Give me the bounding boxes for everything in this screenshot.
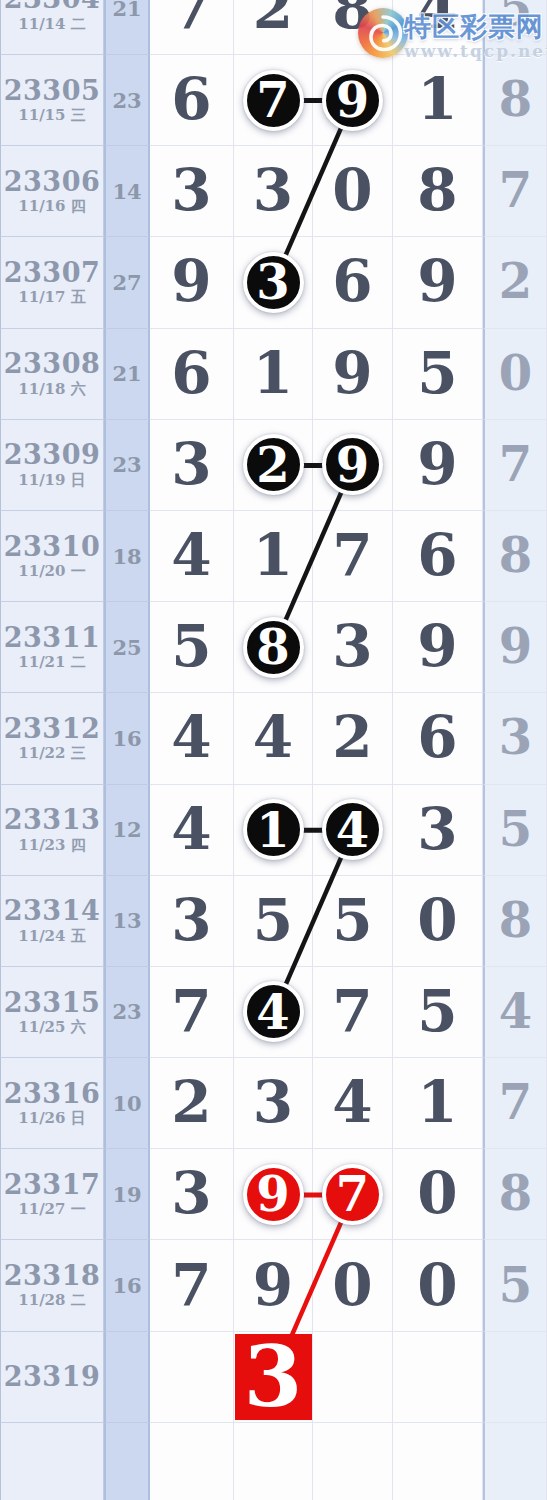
digit-value: 0 [417, 1164, 457, 1222]
issue-cell: 2331211/22 三 [0, 693, 104, 784]
digit-value: 9 [417, 252, 457, 310]
digit-cell: 6 [393, 693, 483, 784]
extra-digit-cell: 3 [483, 693, 547, 784]
issue-date: 11/23 四 [18, 837, 85, 854]
digit-cell: 6 [150, 329, 234, 420]
digit-value: 6 [417, 526, 457, 584]
digit-cell: 0 [393, 1149, 483, 1240]
sum-cell: 21 [104, 329, 150, 420]
digit-value: 3 [417, 800, 457, 858]
digit-cell: 5 [393, 329, 483, 420]
digit-value: 1 [417, 1073, 457, 1131]
issue-cell: 2331511/25 六 [0, 967, 104, 1058]
digit-cell: 7 [313, 1149, 393, 1240]
digit-value: 6 [332, 252, 372, 310]
digit-value: 1 [417, 70, 457, 128]
issue-date: 11/22 三 [18, 745, 85, 762]
digit-value: 7 [332, 982, 372, 1040]
issue-cell: 2331011/20 一 [0, 511, 104, 602]
digit-cell: 6 [313, 237, 393, 328]
digit-cell: 3 [150, 146, 234, 237]
sum-cell: 10 [104, 1058, 150, 1149]
digit-cell: 8 [234, 602, 313, 693]
digit-cell: 2 [313, 693, 393, 784]
digit-value: 8 [417, 161, 457, 219]
extra-digit-cell: 8 [483, 876, 547, 967]
digit-value: 4 [499, 987, 532, 1035]
sum-cell: 27 [104, 237, 150, 328]
extra-digit-cell: 8 [483, 55, 547, 146]
extra-digit-cell: 8 [483, 1149, 547, 1240]
sum-cell: 25 [104, 602, 150, 693]
issue-number: 23309 [4, 441, 100, 469]
digit-value: 5 [332, 891, 372, 949]
issue-cell: 23319 [0, 1332, 104, 1423]
sum-cell [104, 1332, 150, 1423]
digit-value: 5 [417, 344, 457, 402]
digit-cell: 9 [313, 329, 393, 420]
digit-value: 3 [171, 1164, 211, 1222]
digit-cell: 9 [150, 237, 234, 328]
digit-cell: 6 [150, 55, 234, 146]
digit-value: 0 [499, 349, 532, 397]
digit-cell: 5 [234, 876, 313, 967]
digit-value: 4 [332, 1073, 372, 1131]
digit-cell: 5 [313, 876, 393, 967]
issue-number: 23307 [4, 259, 100, 287]
extra-digit-cell: 7 [483, 146, 547, 237]
digit-value: 0 [417, 1256, 457, 1314]
black-circle-mark: 8 [243, 617, 304, 678]
digit-cell: 3 [393, 785, 483, 876]
digit-value: 6 [417, 708, 457, 766]
digit-value: 3 [332, 617, 372, 675]
digit-cell: 9 [393, 420, 483, 511]
issue-number: 23311 [4, 624, 100, 652]
issue-number: 23315 [4, 989, 100, 1017]
issue-cell: 2331411/24 五 [0, 876, 104, 967]
issue-date: 11/24 五 [18, 928, 85, 945]
issue-date: 11/19 日 [18, 472, 85, 489]
sum-cell: 16 [104, 693, 150, 784]
extra-digit-cell: 7 [483, 1058, 547, 1149]
issue-cell: 2331611/26 日 [0, 1058, 104, 1149]
issue-date: 11/27 一 [18, 1201, 85, 1218]
issue-date: 11/14 二 [18, 16, 85, 33]
sum-cell: 21 [104, 0, 150, 55]
sum-cell: 23 [104, 967, 150, 1058]
digit-cell: 1 [234, 511, 313, 602]
digit-cell [393, 1423, 483, 1500]
issue-number: 23310 [4, 533, 100, 561]
digit-cell: 3 [150, 420, 234, 511]
digit-value: 9 [332, 344, 372, 402]
issue-number: 23304 [4, 0, 100, 14]
red-circle-mark: 7 [322, 1164, 383, 1225]
issue-date: 11/28 二 [18, 1292, 85, 1309]
extra-digit-cell: 9 [483, 602, 547, 693]
issue-date: 11/20 一 [18, 563, 85, 580]
digit-cell: 3 [150, 876, 234, 967]
extra-digit-cell: 5 [483, 785, 547, 876]
digit-cell: 4 [234, 693, 313, 784]
extra-digit-cell: 0 [483, 329, 547, 420]
extra-digit-cell: 8 [483, 511, 547, 602]
digit-cell: 3 [234, 237, 313, 328]
issue-number: 23319 [4, 1363, 100, 1391]
issue-number: 23312 [4, 715, 100, 743]
digit-value: 9 [253, 1256, 293, 1314]
issue-number: 23318 [4, 1262, 100, 1290]
site-logo-icon [358, 8, 408, 58]
issue-date: 11/16 四 [18, 198, 85, 215]
sum-cell: 16 [104, 1240, 150, 1331]
red-circle-mark: 9 [243, 1164, 304, 1225]
black-circle-mark: 9 [322, 70, 383, 131]
digit-value: 5 [171, 617, 211, 675]
issue-cell: 2331711/27 一 [0, 1149, 104, 1240]
digit-cell [393, 1332, 483, 1423]
digit-cell: 7 [313, 511, 393, 602]
issue-number: 23313 [4, 806, 100, 834]
digit-value: 2 [171, 1073, 211, 1131]
digit-cell: 4 [313, 785, 393, 876]
issue-cell [0, 1423, 104, 1500]
digit-value: 7 [171, 1256, 211, 1314]
digit-value: 1 [253, 344, 293, 402]
digit-cell: 0 [313, 1240, 393, 1331]
sum-cell: 12 [104, 785, 150, 876]
digit-cell: 7 [150, 1240, 234, 1331]
digit-value: 9 [417, 435, 457, 493]
digit-value: 3 [171, 161, 211, 219]
digit-cell: 9 [234, 1240, 313, 1331]
issue-date: 11/26 日 [18, 1110, 85, 1127]
digit-cell: 0 [313, 146, 393, 237]
extra-digit-cell: 5 [483, 1240, 547, 1331]
digit-cell: 5 [393, 967, 483, 1058]
sum-cell: 23 [104, 55, 150, 146]
black-circle-mark: 1 [243, 799, 304, 860]
site-name: 特区彩票网 [404, 12, 544, 42]
digit-value: 9 [171, 252, 211, 310]
issue-cell: 2330811/18 六 [0, 329, 104, 420]
extra-digit-cell: 7 [483, 420, 547, 511]
issue-cell: 2331111/21 二 [0, 602, 104, 693]
issue-number: 23314 [4, 897, 100, 925]
digit-value: 5 [417, 982, 457, 1040]
digit-cell: 9 [234, 1149, 313, 1240]
digit-cell: 9 [313, 420, 393, 511]
digit-value: 8 [499, 531, 532, 579]
issue-date: 11/17 五 [18, 289, 85, 306]
digit-cell: 4 [150, 785, 234, 876]
issue-number: 23308 [4, 350, 100, 378]
issue-date: 11/18 六 [18, 381, 85, 398]
digit-value: 0 [417, 891, 457, 949]
digit-cell: 4 [313, 1058, 393, 1149]
digit-cell: 4 [234, 967, 313, 1058]
red-square-prediction: 3 [235, 1334, 312, 1420]
digit-value: 5 [499, 805, 532, 853]
digit-value: 9 [499, 622, 532, 670]
digit-value: 6 [171, 344, 211, 402]
black-circle-mark: 4 [243, 981, 304, 1042]
digit-cell: 3 [150, 1149, 234, 1240]
digit-cell: 3 [313, 602, 393, 693]
digit-cell [150, 1332, 234, 1423]
digit-cell: 2 [234, 0, 313, 55]
digit-value: 7 [171, 982, 211, 1040]
digit-cell: 9 [393, 237, 483, 328]
sum-cell [104, 1423, 150, 1500]
black-circle-mark: 2 [243, 434, 304, 495]
digit-value: 4 [253, 708, 293, 766]
digit-cell: 0 [393, 1240, 483, 1331]
black-circle-mark: 9 [322, 434, 383, 495]
digit-value: 0 [332, 161, 372, 219]
black-circle-mark: 4 [322, 799, 383, 860]
digit-cell: 9 [393, 602, 483, 693]
digit-value: 2 [332, 708, 372, 766]
issue-cell: 2331811/28 二 [0, 1240, 104, 1331]
digit-cell: 1 [234, 785, 313, 876]
digit-cell: 2 [150, 1058, 234, 1149]
digit-value: 1 [253, 526, 293, 584]
sum-cell: 19 [104, 1149, 150, 1240]
digit-cell: 3 [234, 1058, 313, 1149]
digit-cell: 7 [234, 55, 313, 146]
digit-value: 0 [332, 1256, 372, 1314]
issue-number: 23316 [4, 1080, 100, 1108]
digit-cell: 1 [234, 329, 313, 420]
digit-cell [313, 1423, 393, 1500]
digit-cell: 9 [313, 55, 393, 146]
digit-value: 8 [499, 1169, 532, 1217]
digit-value: 3 [171, 435, 211, 493]
digit-value: 8 [499, 75, 532, 123]
digit-value: 5 [499, 1261, 532, 1309]
sum-cell: 13 [104, 876, 150, 967]
digit-value: 9 [417, 617, 457, 675]
digit-value: 2 [499, 257, 532, 305]
chart-grid: 2330411/14 二21728452330511/15 三236791823… [0, 0, 547, 1500]
issue-number: 23306 [4, 168, 100, 196]
digit-cell: 3 [234, 1332, 313, 1423]
extra-digit-cell: 4 [483, 967, 547, 1058]
digit-value: 3 [171, 891, 211, 949]
digit-value: 4 [171, 526, 211, 584]
extra-digit-cell [483, 1332, 547, 1423]
digit-cell [150, 1423, 234, 1500]
digit-value: 3 [253, 161, 293, 219]
digit-value: 4 [171, 800, 211, 858]
extra-digit-cell [483, 1423, 547, 1500]
digit-cell: 7 [313, 967, 393, 1058]
issue-cell: 2330711/17 五 [0, 237, 104, 328]
digit-cell: 2 [234, 420, 313, 511]
digit-cell [313, 1332, 393, 1423]
digit-cell: 0 [393, 876, 483, 967]
digit-cell: 8 [393, 146, 483, 237]
issue-cell: 2330911/19 日 [0, 420, 104, 511]
digit-value: 7 [499, 440, 532, 488]
digit-cell: 3 [234, 146, 313, 237]
site-url: www.tqcp.net [404, 42, 544, 60]
issue-cell: 2330411/14 二 [0, 0, 104, 55]
issue-number: 23305 [4, 77, 100, 105]
digit-cell: 4 [150, 693, 234, 784]
digit-cell: 4 [150, 511, 234, 602]
sum-cell: 23 [104, 420, 150, 511]
digit-cell: 6 [393, 511, 483, 602]
digit-value: 6 [171, 70, 211, 128]
digit-value: 7 [332, 526, 372, 584]
digit-cell: 7 [150, 967, 234, 1058]
issue-date: 11/21 二 [18, 654, 85, 671]
digit-cell: 5 [150, 602, 234, 693]
extra-digit-cell: 2 [483, 237, 547, 328]
sum-cell: 14 [104, 146, 150, 237]
issue-number: 23317 [4, 1171, 100, 1199]
issue-cell: 2331311/23 四 [0, 785, 104, 876]
digit-value: 8 [499, 896, 532, 944]
digit-value: 3 [253, 1073, 293, 1131]
site-watermark: 特区彩票网 www.tqcp.net [354, 6, 544, 64]
digit-value: 4 [171, 708, 211, 766]
issue-cell: 2330511/15 三 [0, 55, 104, 146]
digit-value: 2 [253, 0, 293, 37]
black-circle-mark: 7 [243, 70, 304, 131]
issue-date: 11/25 六 [18, 1019, 85, 1036]
digit-cell: 1 [393, 1058, 483, 1149]
digit-value: 7 [499, 1078, 532, 1126]
digit-value: 5 [253, 891, 293, 949]
digit-value: 7 [171, 0, 211, 37]
digit-cell [234, 1423, 313, 1500]
black-circle-mark: 3 [243, 252, 304, 313]
lottery-trend-chart: 2330411/14 二21728452330511/15 三236791823… [0, 0, 547, 1500]
digit-value: 7 [499, 166, 532, 214]
issue-cell: 2330611/16 四 [0, 146, 104, 237]
sum-cell: 18 [104, 511, 150, 602]
digit-cell: 1 [393, 55, 483, 146]
digit-cell: 7 [150, 0, 234, 55]
issue-date: 11/15 三 [18, 107, 85, 124]
digit-value: 3 [499, 713, 532, 761]
